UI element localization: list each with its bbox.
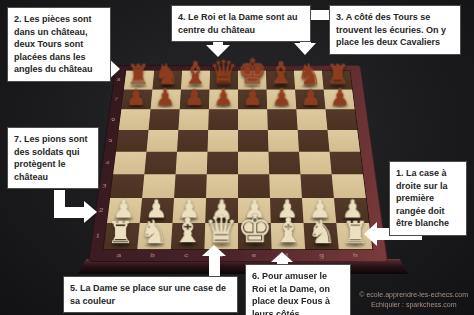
piece-black-pawn-b7: ♟ bbox=[151, 90, 181, 110]
black-pawn-icon: ♟ bbox=[126, 86, 146, 108]
black-pawn-icon: ♟ bbox=[155, 86, 175, 108]
board-frame: 87654321 abcdefgh ♜♞♝♛♚♝♞♜♟♟♟♟♟♟♟♟♟♟♟♟♟♟… bbox=[88, 65, 388, 262]
piece-black-pawn-h7: ♟ bbox=[324, 90, 355, 110]
callout-6: 6. Pour amuser le Roi et la Dame, on pla… bbox=[245, 264, 351, 315]
file-label-c: c bbox=[184, 252, 188, 258]
black-pawn-icon: ♟ bbox=[213, 86, 233, 108]
white-rook-icon: ♜ bbox=[107, 217, 134, 248]
callout-7: 7. Les pions sont des soldats qui protèg… bbox=[7, 127, 99, 189]
piece-black-pawn-a7: ♟ bbox=[121, 90, 152, 110]
credit-line-2: Echiquier : sparkchess.com bbox=[359, 300, 468, 310]
credit-line-1: © ecole.apprendre-les-echecs.com bbox=[359, 290, 468, 300]
piece-white-knight-b1: ♞ bbox=[137, 223, 172, 249]
piece-white-knight-g1: ♞ bbox=[304, 223, 339, 249]
tutorial-diagram: 87654321 abcdefgh ♜♞♝♛♚♝♞♜♟♟♟♟♟♟♟♟♟♟♟♟♟♟… bbox=[0, 0, 474, 315]
black-pawn-icon: ♟ bbox=[301, 86, 321, 108]
rank-label-6: 6 bbox=[111, 117, 116, 122]
rank-label-3: 3 bbox=[102, 183, 107, 189]
white-bishop-icon: ♝ bbox=[273, 213, 304, 248]
rank-label-5: 5 bbox=[108, 138, 113, 143]
board-tilt: 87654321 abcdefgh ♜♞♝♛♚♝♞♜♟♟♟♟♟♟♟♟♟♟♟♟♟♟… bbox=[88, 65, 388, 262]
piece-black-pawn-f7: ♟ bbox=[267, 90, 297, 110]
callout-4: 4. Le Roi et la Dame sont au centre du c… bbox=[171, 5, 311, 42]
white-bishop-icon: ♝ bbox=[172, 213, 203, 248]
black-pawn-icon: ♟ bbox=[184, 86, 204, 108]
file-label-e: e bbox=[252, 252, 257, 258]
piece-white-king-e1: ♚ bbox=[238, 223, 272, 249]
file-label-g: g bbox=[319, 252, 324, 258]
black-pawn-icon: ♟ bbox=[272, 86, 292, 108]
callout-1: 1. La case à droite sur la première rang… bbox=[389, 161, 467, 236]
black-pawn-icon: ♟ bbox=[243, 86, 263, 108]
rank-label-1: 1 bbox=[95, 233, 100, 239]
file-label-b: b bbox=[150, 252, 155, 258]
piece-white-bishop-f1: ♝ bbox=[271, 223, 305, 249]
callout-2: 2. Les pièces sont dans un château, deux… bbox=[7, 7, 111, 82]
piece-black-pawn-e7: ♟ bbox=[238, 90, 267, 110]
rank-label-4: 4 bbox=[105, 160, 110, 165]
rank-label-7: 7 bbox=[114, 97, 118, 102]
piece-black-pawn-c7: ♟ bbox=[180, 90, 210, 110]
piece-white-bishop-c1: ♝ bbox=[171, 223, 205, 249]
white-knight-icon: ♞ bbox=[307, 215, 336, 248]
rank-label-2: 2 bbox=[99, 207, 104, 213]
file-label-a: a bbox=[116, 252, 121, 258]
file-label-h: h bbox=[353, 252, 358, 258]
credits: © ecole.apprendre-les-echecs.com Echiqui… bbox=[359, 290, 468, 310]
callout-5: 5. La Dame se place sur une case de sa c… bbox=[63, 276, 238, 313]
black-pawn-icon: ♟ bbox=[330, 86, 350, 108]
piece-white-rook-a1: ♜ bbox=[104, 223, 140, 249]
white-queen-icon: ♛ bbox=[204, 210, 238, 247]
callout-5-arrow-up-icon bbox=[202, 245, 228, 278]
callout-3: 3. A côté des Tours se trouvent les écur… bbox=[329, 5, 461, 55]
white-king-icon: ♚ bbox=[237, 208, 272, 247]
pieces-layer: ♜♞♝♛♚♝♞♜♟♟♟♟♟♟♟♟♟♟♟♟♟♟♟♟♜♞♝♛♚♝♞♜ bbox=[104, 71, 373, 250]
piece-black-pawn-g7: ♟ bbox=[295, 90, 325, 110]
white-knight-icon: ♞ bbox=[140, 215, 169, 248]
callout-7-arrow-elbow-right-icon bbox=[52, 190, 98, 226]
piece-black-pawn-d7: ♟ bbox=[209, 90, 238, 110]
